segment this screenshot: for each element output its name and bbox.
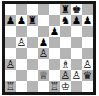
white-pawn-icon: ♙ <box>6 59 15 70</box>
square-g7[interactable]: ♟ <box>71 15 82 26</box>
square-g1[interactable] <box>71 81 82 92</box>
square-d7[interactable] <box>38 15 49 26</box>
black-queen-icon: ♛ <box>83 70 92 81</box>
black-king-icon: ♚ <box>72 4 81 15</box>
white-pawn-icon: ♙ <box>17 37 26 48</box>
square-d4[interactable]: ♙ <box>38 48 49 59</box>
black-pawn-icon: ♟ <box>39 37 48 48</box>
square-d6[interactable] <box>38 26 49 37</box>
square-e5[interactable] <box>49 37 60 48</box>
square-g3[interactable] <box>71 59 82 70</box>
square-e2[interactable] <box>49 70 60 81</box>
square-g6[interactable] <box>71 26 82 37</box>
square-f2[interactable]: ♙ <box>60 70 71 81</box>
square-b4[interactable] <box>16 48 27 59</box>
white-pawn-icon: ♙ <box>61 70 70 81</box>
square-a8[interactable] <box>5 4 16 15</box>
square-e6[interactable]: ♟ <box>49 26 60 37</box>
square-e4[interactable] <box>49 48 60 59</box>
black-pawn-icon: ♟ <box>50 26 59 37</box>
square-a6[interactable] <box>5 26 16 37</box>
square-h6[interactable] <box>82 26 93 37</box>
square-f7[interactable]: ♞ <box>60 15 71 26</box>
square-h8[interactable] <box>82 4 93 15</box>
square-b2[interactable] <box>16 70 27 81</box>
square-d1[interactable] <box>38 81 49 92</box>
square-c8[interactable] <box>27 4 38 15</box>
square-b3[interactable] <box>16 59 27 70</box>
white-king-icon: ♔ <box>61 81 70 92</box>
square-f4[interactable] <box>60 48 71 59</box>
white-pawn-icon: ♙ <box>39 48 48 59</box>
black-rook-icon: ♜ <box>61 4 70 15</box>
square-e3[interactable] <box>49 59 60 70</box>
square-a5[interactable] <box>5 37 16 48</box>
square-f3[interactable]: ♗ <box>60 59 71 70</box>
square-c6[interactable] <box>27 26 38 37</box>
black-pawn-icon: ♟ <box>72 15 81 26</box>
square-b6[interactable] <box>16 26 27 37</box>
square-e7[interactable] <box>49 15 60 26</box>
square-g4[interactable] <box>71 48 82 59</box>
square-f6[interactable] <box>60 26 71 37</box>
square-h1[interactable] <box>82 81 93 92</box>
square-g8[interactable]: ♚ <box>71 4 82 15</box>
square-c7[interactable]: ♜ <box>27 15 38 26</box>
square-b5[interactable]: ♙ <box>16 37 27 48</box>
black-pawn-icon: ♟ <box>6 15 15 26</box>
black-rook-icon: ♜ <box>28 15 37 26</box>
chess-board: ♜♚♟♟♜♞♟♟♟♙♟♙♙♗♙♕♙♙♛♖♖♔ <box>5 4 93 92</box>
square-a7[interactable]: ♟ <box>5 15 16 26</box>
square-g5[interactable] <box>71 37 82 48</box>
white-rook-icon: ♖ <box>6 81 15 92</box>
white-pawn-icon: ♙ <box>72 70 81 81</box>
square-d8[interactable] <box>38 4 49 15</box>
square-e1[interactable]: ♖ <box>49 81 60 92</box>
square-b7[interactable]: ♟ <box>16 15 27 26</box>
square-c2[interactable] <box>27 70 38 81</box>
square-c4[interactable] <box>27 48 38 59</box>
square-f1[interactable]: ♔ <box>60 81 71 92</box>
square-h4[interactable] <box>82 48 93 59</box>
square-h7[interactable]: ♟ <box>82 15 93 26</box>
square-d5[interactable]: ♟ <box>38 37 49 48</box>
white-rook-icon: ♖ <box>50 81 59 92</box>
square-f8[interactable]: ♜ <box>60 4 71 15</box>
black-pawn-icon: ♟ <box>83 15 92 26</box>
square-e8[interactable] <box>49 4 60 15</box>
square-h3[interactable]: ♙ <box>82 59 93 70</box>
white-queen-icon: ♕ <box>39 70 48 81</box>
square-c3[interactable] <box>27 59 38 70</box>
black-knight-icon: ♞ <box>61 15 70 26</box>
square-b8[interactable] <box>16 4 27 15</box>
square-h2[interactable]: ♛ <box>82 70 93 81</box>
square-c5[interactable] <box>27 37 38 48</box>
square-h5[interactable] <box>82 37 93 48</box>
square-g2[interactable]: ♙ <box>71 70 82 81</box>
square-a1[interactable]: ♖ <box>5 81 16 92</box>
white-bishop-icon: ♗ <box>61 59 70 70</box>
square-f5[interactable] <box>60 37 71 48</box>
square-a3[interactable]: ♙ <box>5 59 16 70</box>
square-d3[interactable] <box>38 59 49 70</box>
board-frame: ♜♚♟♟♜♞♟♟♟♙♟♙♙♗♙♕♙♙♛♖♖♔ <box>2 1 96 95</box>
square-a4[interactable] <box>5 48 16 59</box>
square-d2[interactable]: ♕ <box>38 70 49 81</box>
square-b1[interactable] <box>16 81 27 92</box>
square-a2[interactable] <box>5 70 16 81</box>
white-pawn-icon: ♙ <box>83 59 92 70</box>
chess-diagram: ♜♚♟♟♜♞♟♟♟♙♟♙♙♗♙♕♙♙♛♖♖♔ <box>0 0 99 96</box>
black-pawn-icon: ♟ <box>17 15 26 26</box>
square-c1[interactable] <box>27 81 38 92</box>
